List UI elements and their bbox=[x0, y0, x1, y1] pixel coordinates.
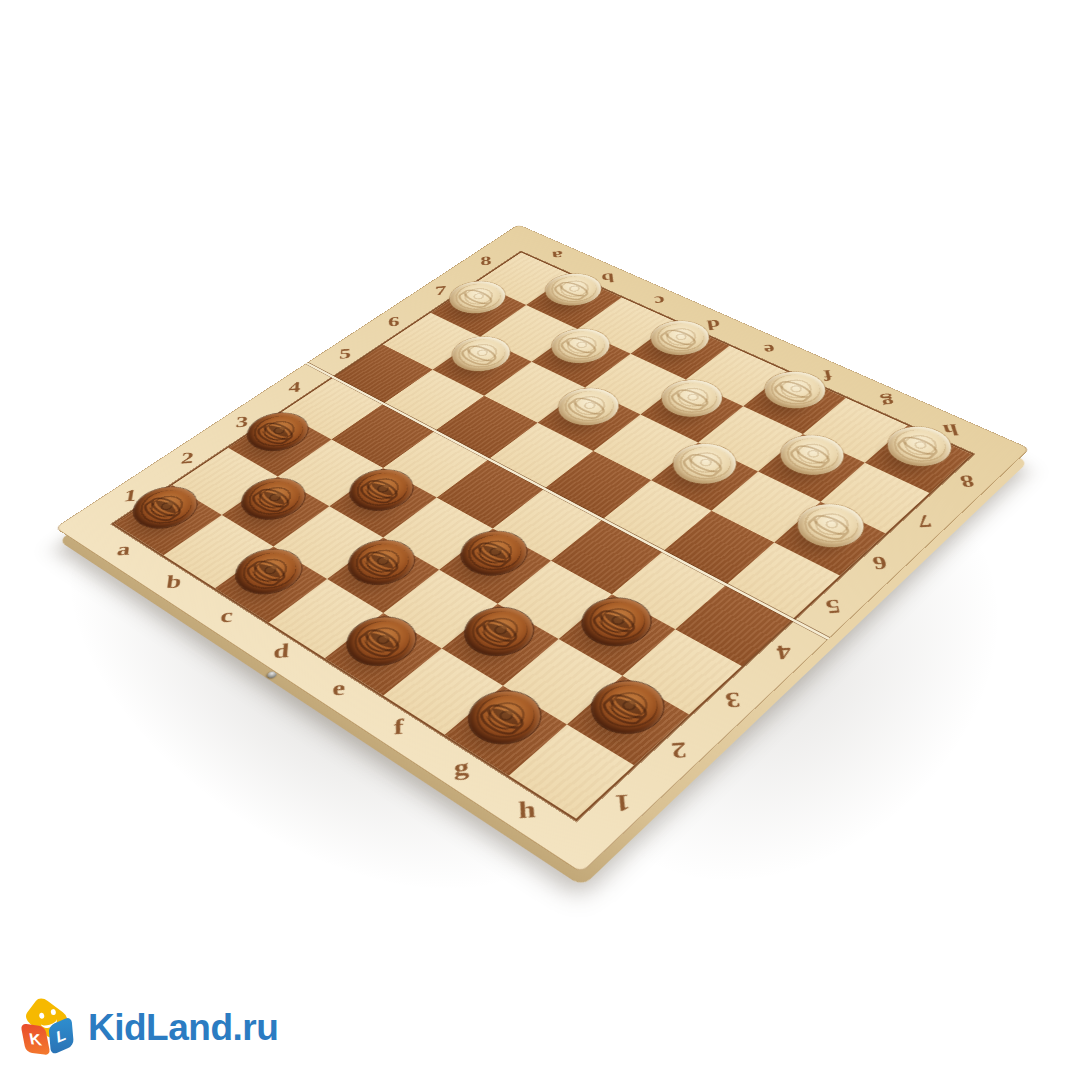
label-rank-left-8: 8 bbox=[467, 242, 505, 281]
square-e5 bbox=[544, 451, 651, 520]
kidland-logo-icon: K L bbox=[16, 996, 79, 1059]
label-rank-left-3: 3 bbox=[219, 399, 264, 446]
label-rank-left-4: 4 bbox=[273, 365, 316, 410]
board-field: ⛀⛀⛀⛀⛀⛀⛀⛀⛀⛀⛀⛀⛂⛂⛂⛂⛂⛂⛂⛂⛂⛂⛂⛂ bbox=[114, 252, 971, 818]
label-file-top-e: e bbox=[732, 335, 807, 363]
label-file-top-a: a bbox=[524, 243, 591, 268]
cube-letter-l: L bbox=[56, 1025, 67, 1047]
label-file-top-b: b bbox=[573, 265, 642, 290]
board-tilt-wrapper: abcdefgh abcdefgh 87654321 87654321 ⛀⛀⛀⛀… bbox=[55, 224, 1030, 873]
piece-black-b2: ⛂ bbox=[229, 471, 317, 528]
label-file-top-c: c bbox=[624, 288, 695, 314]
cube-letter-k: K bbox=[28, 1030, 43, 1049]
label-rank-left-7: 7 bbox=[422, 271, 459, 311]
checkers-board: abcdefgh abcdefgh 87654321 87654321 ⛀⛀⛀⛀… bbox=[55, 224, 1030, 873]
label-file-top-d: d bbox=[677, 311, 750, 338]
label-rank-left-2: 2 bbox=[163, 434, 210, 483]
label-file-top-f: f bbox=[789, 361, 867, 390]
kidland-watermark: K L KidLand.ru bbox=[20, 998, 278, 1058]
brand-text: KidLand.ru bbox=[88, 1007, 278, 1049]
label-rank-left-6: 6 bbox=[374, 301, 412, 343]
label-file-top-g: g bbox=[848, 387, 928, 417]
label-rank-left-5: 5 bbox=[325, 333, 365, 377]
piece-white-f6: ⛀ bbox=[661, 436, 749, 492]
